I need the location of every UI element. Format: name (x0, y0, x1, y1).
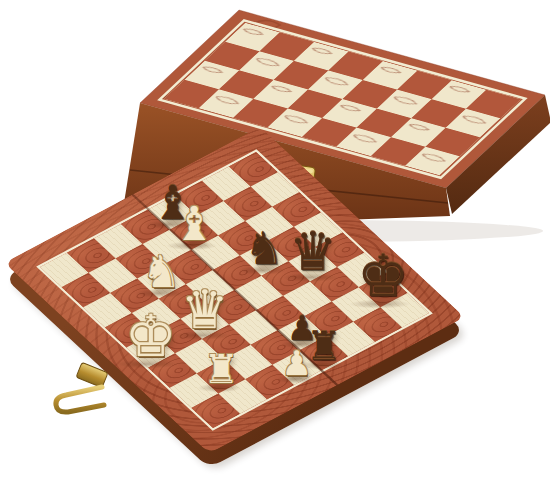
hook-loop (56, 387, 104, 412)
hook-plate (76, 362, 108, 387)
closing-hook (30, 355, 130, 430)
product-photo: ♝♝♞♛♞♚♛♟♚♜♟♜ (0, 0, 550, 497)
